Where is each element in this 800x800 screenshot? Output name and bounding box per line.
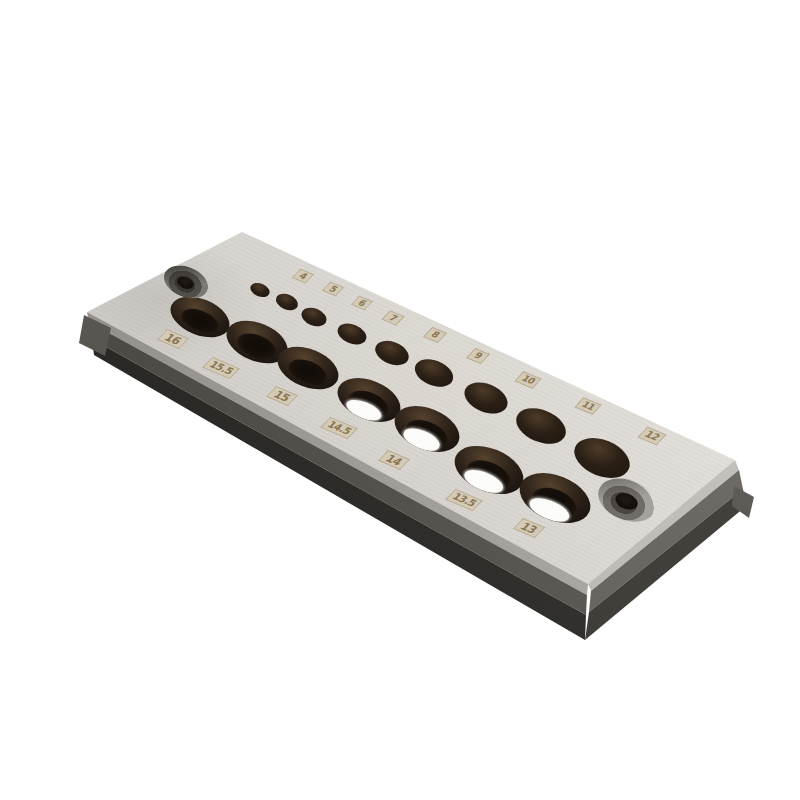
mount-hole-bottom-right [592,470,663,530]
hole-label-13: 13 [513,518,545,538]
hole-label-9: 9 [466,348,490,364]
hole-label-11: 11 [574,397,602,415]
hole-label-14: 14 [378,450,410,470]
hole-label-text: 13.5 [450,492,478,509]
hole-label-5: 5 [322,281,345,296]
hole-label-7: 7 [381,310,404,326]
hole-label-text: 11 [579,400,596,412]
hole-bore [285,354,330,389]
hole-label-16: 16 [157,329,189,349]
hole-label-text: 9 [472,351,484,360]
hole-6 [299,304,329,330]
hole-8 [372,336,413,370]
holes-layer: 4567891011121615.51514.51413.513 [0,0,800,800]
hole-label-text: 6 [356,298,368,307]
hole-label-text: 4 [297,271,309,280]
hole-4 [248,280,271,300]
hole-7 [335,320,370,349]
hole-5 [274,291,301,314]
mount-hole-top-left [159,259,213,304]
hole-label-12: 12 [637,426,666,445]
hole-label-text: 14 [383,453,404,467]
hole-label-4: 4 [292,268,315,283]
hole-label-text: 13 [518,521,539,535]
hole-label-6: 6 [351,295,374,310]
screw-bore [176,275,196,292]
hole-label-text: 15 [271,389,292,403]
hole-label-text: 16 [162,332,183,346]
hole-bore [234,328,279,363]
hole-label-text: 15.5 [207,360,235,377]
hole-label-text: 14.5 [325,420,353,437]
screw-bore [613,490,640,512]
hole-label-10: 10 [514,371,542,389]
hole-label-15.5: 15.5 [202,357,240,380]
hole-label-15: 15 [266,386,298,406]
hole-label-text: 8 [429,330,441,339]
hole-10 [460,377,512,420]
hole-label-text: 5 [327,284,339,293]
hole-12 [568,430,635,485]
hole-9 [411,354,457,392]
hole-label-13.5: 13.5 [445,489,483,512]
hole-11 [511,401,571,450]
hole-label-text: 7 [387,313,399,322]
hole-bore [178,304,221,338]
draw-plate-photo: 4567891011121615.51514.51413.513 [0,0,800,800]
hole-label-text: 10 [519,374,536,386]
hole-label-8: 8 [423,327,447,343]
hole-label-14.5: 14.5 [320,417,358,440]
hole-label-text: 12 [642,430,661,443]
